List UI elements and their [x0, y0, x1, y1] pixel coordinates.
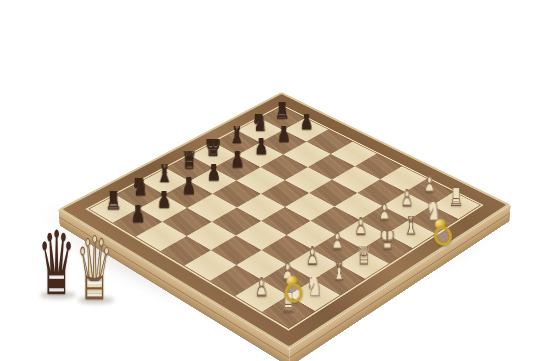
piece-glyph: ♞♘: [305, 265, 322, 301]
piece-glyph: ♟: [130, 197, 145, 227]
piece-glyph: ♟♙: [255, 273, 269, 301]
black-pawn[interactable]: ♟: [120, 205, 155, 222]
piece-glyph: ♟: [206, 157, 220, 186]
white-queen-glyph: ♛♕: [76, 225, 114, 313]
spare-white-queen[interactable]: ♛♕: [55, 229, 135, 313]
chess-set-photo: ♜♞♝♛♚♝♞♜♟♟♟♟♟♟♟♟♟♙♟♙♟♙♟♙♟♙♟♙♟♙♟♙♜♖♞♘♝♗♛♕…: [0, 0, 540, 361]
piece-glyph: ♟: [253, 131, 267, 160]
square-e4[interactable]: [285, 193, 334, 220]
piece-glyph: ♟: [276, 119, 290, 147]
brass-clasp-left: [280, 274, 306, 303]
